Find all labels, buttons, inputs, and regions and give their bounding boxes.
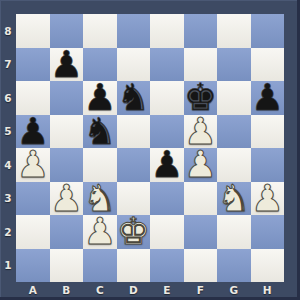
file-label-a: A [16, 282, 50, 298]
file-label-h: H [251, 282, 285, 298]
black-pawn[interactable]: ♟ [251, 81, 284, 115]
square-a2[interactable] [16, 215, 50, 249]
rank-label-5: 5 [0, 115, 16, 149]
square-g1[interactable] [217, 249, 251, 283]
rank-label-4: 4 [0, 148, 16, 182]
square-e4[interactable]: ♟ [150, 148, 184, 182]
black-pawn[interactable]: ♟ [50, 48, 83, 82]
rank-label-8: 8 [0, 14, 16, 48]
rank-labels: 87654321 [0, 14, 16, 282]
white-knight[interactable]: ♞ [217, 182, 250, 216]
chessboard-frame: 87654321 ♟♟♞♚♟♟♞♟♟♟♟♟♞♞♟♟♚ ABCDEFGH [0, 0, 300, 300]
square-a1[interactable] [16, 249, 50, 283]
square-h1[interactable] [251, 249, 285, 283]
white-pawn[interactable]: ♟ [251, 182, 284, 216]
square-f8[interactable] [184, 14, 218, 48]
square-h8[interactable] [251, 14, 285, 48]
file-label-f: F [184, 282, 218, 298]
square-b7[interactable]: ♟ [50, 48, 84, 82]
square-f1[interactable] [184, 249, 218, 283]
square-g8[interactable] [217, 14, 251, 48]
square-h6[interactable]: ♟ [251, 81, 285, 115]
rank-label-7: 7 [0, 48, 16, 82]
white-king[interactable]: ♚ [117, 215, 150, 249]
square-a8[interactable] [16, 14, 50, 48]
square-d4[interactable] [117, 148, 151, 182]
square-a3[interactable] [16, 182, 50, 216]
square-b3[interactable]: ♟ [50, 182, 84, 216]
rank-label-1: 1 [0, 249, 16, 283]
square-b1[interactable] [50, 249, 84, 283]
square-e1[interactable] [150, 249, 184, 283]
square-a4[interactable]: ♟ [16, 148, 50, 182]
white-pawn[interactable]: ♟ [16, 148, 49, 182]
square-f2[interactable] [184, 215, 218, 249]
square-e7[interactable] [150, 48, 184, 82]
file-label-g: G [217, 282, 251, 298]
square-e6[interactable] [150, 81, 184, 115]
rank-label-2: 2 [0, 215, 16, 249]
square-e2[interactable] [150, 215, 184, 249]
chessboard: ♟♟♞♚♟♟♞♟♟♟♟♟♞♞♟♟♚ [16, 14, 284, 282]
file-labels: ABCDEFGH [16, 282, 284, 298]
square-h2[interactable] [251, 215, 285, 249]
square-c2[interactable]: ♟ [83, 215, 117, 249]
square-d1[interactable] [117, 249, 151, 283]
file-label-b: B [50, 282, 84, 298]
square-e3[interactable] [150, 182, 184, 216]
square-f4[interactable]: ♟ [184, 148, 218, 182]
white-pawn[interactable]: ♟ [50, 182, 83, 216]
square-d5[interactable] [117, 115, 151, 149]
square-d8[interactable] [117, 14, 151, 48]
square-e8[interactable] [150, 14, 184, 48]
square-g2[interactable] [217, 215, 251, 249]
square-b5[interactable] [50, 115, 84, 149]
black-knight[interactable]: ♞ [117, 81, 150, 115]
square-d6[interactable]: ♞ [117, 81, 151, 115]
square-g6[interactable] [217, 81, 251, 115]
square-c1[interactable] [83, 249, 117, 283]
square-b6[interactable] [50, 81, 84, 115]
square-f3[interactable] [184, 182, 218, 216]
square-b2[interactable] [50, 215, 84, 249]
square-d2[interactable]: ♚ [117, 215, 151, 249]
square-h3[interactable]: ♟ [251, 182, 285, 216]
square-a7[interactable] [16, 48, 50, 82]
black-pawn[interactable]: ♟ [150, 148, 183, 182]
white-pawn[interactable]: ♟ [184, 148, 217, 182]
rank-label-6: 6 [0, 81, 16, 115]
square-g3[interactable]: ♞ [217, 182, 251, 216]
black-knight[interactable]: ♞ [83, 115, 116, 149]
square-g7[interactable] [217, 48, 251, 82]
square-h5[interactable] [251, 115, 285, 149]
square-c8[interactable] [83, 14, 117, 48]
white-pawn[interactable]: ♟ [83, 215, 116, 249]
rank-label-3: 3 [0, 182, 16, 216]
square-g5[interactable] [217, 115, 251, 149]
file-label-c: C [83, 282, 117, 298]
square-c5[interactable]: ♞ [83, 115, 117, 149]
file-label-e: E [150, 282, 184, 298]
file-label-d: D [117, 282, 151, 298]
